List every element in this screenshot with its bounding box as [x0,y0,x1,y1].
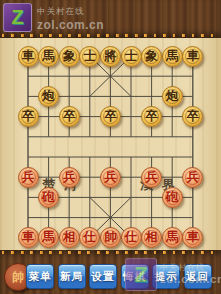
toolbar-button-1[interactable]: 菜单 [26,264,54,289]
toolbar-button-3[interactable]: 设置 [89,264,117,289]
piece-red-general[interactable]: 帥 [100,227,121,248]
watermark-site-url: zol.com.cn [37,18,104,32]
piece-red-soldier[interactable]: 兵 [18,167,39,188]
piece-red-soldier[interactable]: 兵 [59,167,80,188]
piece-red-soldier[interactable]: 兵 [100,167,121,188]
zol-logo-icon: Z [3,3,32,32]
piece-black-soldier[interactable]: 卒 [182,106,203,127]
xiangqi-app: Z 中关村在线 zol.com.cn 楚河 漢界 車馬象士將士象馬車炮炮卒卒卒卒… [0,0,221,294]
piece-black-elephant[interactable]: 象 [141,46,162,67]
piece-black-chariot[interactable]: 車 [18,46,39,67]
watermark-site-name: 中关村在线 [37,6,104,18]
zol-watermark-text: 中关村在线 zol.com.cn [37,3,104,32]
piece-black-cannon[interactable]: 炮 [162,86,183,107]
piece-red-horse[interactable]: 馬 [162,227,183,248]
piece-black-soldier[interactable]: 卒 [100,106,121,127]
toolbar-buttons: 菜单新局设置悔棋提示返回 [26,264,212,289]
top-wood-bar: Z 中关村在线 zol.com.cn [0,0,221,38]
piece-black-soldier[interactable]: 卒 [141,106,162,127]
piece-red-advisor[interactable]: 仕 [79,227,100,248]
xiangqi-board[interactable]: 楚河 漢界 車馬象士將士象馬車炮炮卒卒卒卒卒兵兵兵兵兵砲砲車馬相仕帥仕相馬車 [0,38,221,250]
piece-red-soldier[interactable]: 兵 [182,167,203,188]
piece-red-cannon[interactable]: 砲 [38,187,59,208]
piece-red-soldier[interactable]: 兵 [141,167,162,188]
piece-red-advisor[interactable]: 仕 [121,227,142,248]
piece-black-advisor[interactable]: 士 [121,46,142,67]
piece-red-cannon[interactable]: 砲 [162,187,183,208]
piece-black-soldier[interactable]: 卒 [59,106,80,127]
piece-red-chariot[interactable]: 車 [182,227,203,248]
toolbar-button-4[interactable]: 悔棋 [121,264,149,289]
piece-black-chariot[interactable]: 車 [182,46,203,67]
toolbar-button-2[interactable]: 新局 [58,264,86,289]
piece-black-advisor[interactable]: 士 [79,46,100,67]
stud-row-top [2,34,219,37]
toolbar-button-5[interactable]: 提示 [152,264,180,289]
piece-red-chariot[interactable]: 車 [18,227,39,248]
piece-black-cannon[interactable]: 炮 [38,86,59,107]
piece-black-horse[interactable]: 馬 [38,46,59,67]
piece-black-horse[interactable]: 馬 [162,46,183,67]
piece-red-elephant[interactable]: 相 [141,227,162,248]
piece-black-elephant[interactable]: 象 [59,46,80,67]
toolbar-button-6[interactable]: 返回 [184,264,212,289]
piece-red-elephant[interactable]: 相 [59,227,80,248]
zol-watermark-top: Z 中关村在线 zol.com.cn [3,3,104,32]
piece-black-soldier[interactable]: 卒 [18,106,39,127]
piece-red-horse[interactable]: 馬 [38,227,59,248]
piece-black-general[interactable]: 將 [100,46,121,67]
board-grid [0,38,221,250]
stud-row-bottom [2,251,219,254]
